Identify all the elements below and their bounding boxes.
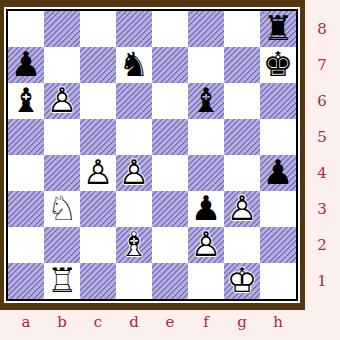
piece-outline-layer: ♙ <box>188 227 224 263</box>
board-frame: ♜♟♞♚♝♟♙♝♟♙♟♙♟♞♘♟♟♙♝♗♟♙♜♖♚♔ <box>0 0 305 310</box>
square-g1[interactable]: ♚♔ <box>224 263 260 299</box>
rank-label-1: 1 <box>311 263 333 299</box>
piece-outline-layer: ♗ <box>116 227 152 263</box>
square-a3[interactable] <box>8 191 44 227</box>
square-b6[interactable]: ♟♙ <box>44 83 80 119</box>
piece-glyph: ♚ <box>260 47 296 83</box>
square-f6[interactable]: ♝ <box>188 83 224 119</box>
piece-black-pawn: ♟ <box>260 155 296 191</box>
rank-label-8: 8 <box>311 11 333 47</box>
chess-board: ♜♟♞♚♝♟♙♝♟♙♟♙♟♞♘♟♟♙♝♗♟♙♜♖♚♔ <box>8 11 296 299</box>
square-c8[interactable] <box>80 11 116 47</box>
file-label-h: h <box>260 313 296 331</box>
piece-black-bishop: ♝ <box>188 83 224 119</box>
square-d7[interactable]: ♞ <box>116 47 152 83</box>
rank-label-6: 6 <box>311 83 333 119</box>
square-c2[interactable] <box>80 227 116 263</box>
square-d1[interactable] <box>116 263 152 299</box>
square-h8[interactable]: ♜ <box>260 11 296 47</box>
rank-label-4: 4 <box>311 155 333 191</box>
square-f3[interactable]: ♟ <box>188 191 224 227</box>
piece-white-bishop: ♝♗ <box>116 227 152 263</box>
square-d3[interactable] <box>116 191 152 227</box>
rank-label-3: 3 <box>311 191 333 227</box>
square-e3[interactable] <box>152 191 188 227</box>
square-c5[interactable] <box>80 119 116 155</box>
file-label-g: g <box>224 313 260 331</box>
rank-labels: 87654321 <box>311 11 333 299</box>
square-h1[interactable] <box>260 263 296 299</box>
square-a8[interactable] <box>8 11 44 47</box>
piece-glyph: ♟ <box>188 191 224 227</box>
piece-outline-layer: ♙ <box>116 155 152 191</box>
square-f2[interactable]: ♟♙ <box>188 227 224 263</box>
piece-black-pawn: ♟ <box>8 47 44 83</box>
square-d5[interactable] <box>116 119 152 155</box>
square-b5[interactable] <box>44 119 80 155</box>
piece-white-knight: ♞♘ <box>44 191 80 227</box>
file-label-a: a <box>8 313 44 331</box>
square-d2[interactable]: ♝♗ <box>116 227 152 263</box>
square-c7[interactable] <box>80 47 116 83</box>
square-f1[interactable] <box>188 263 224 299</box>
file-label-e: e <box>152 313 188 331</box>
square-a1[interactable] <box>8 263 44 299</box>
square-e2[interactable] <box>152 227 188 263</box>
piece-black-bishop: ♝ <box>8 83 44 119</box>
piece-outline-layer: ♘ <box>44 191 80 227</box>
square-c6[interactable] <box>80 83 116 119</box>
square-g4[interactable] <box>224 155 260 191</box>
square-h6[interactable] <box>260 83 296 119</box>
piece-white-pawn: ♟♙ <box>44 83 80 119</box>
square-a4[interactable] <box>8 155 44 191</box>
piece-white-king: ♚♔ <box>224 263 260 299</box>
piece-white-pawn: ♟♙ <box>224 191 260 227</box>
square-d6[interactable] <box>116 83 152 119</box>
frame-inner-white-line: ♜♟♞♚♝♟♙♝♟♙♟♙♟♞♘♟♟♙♝♗♟♙♜♖♚♔ <box>4 7 300 303</box>
square-g7[interactable] <box>224 47 260 83</box>
square-d4[interactable]: ♟♙ <box>116 155 152 191</box>
square-b2[interactable] <box>44 227 80 263</box>
rank-label-2: 2 <box>311 227 333 263</box>
piece-black-pawn: ♟ <box>188 191 224 227</box>
piece-glyph: ♝ <box>188 83 224 119</box>
file-label-d: d <box>116 313 152 331</box>
square-h2[interactable] <box>260 227 296 263</box>
piece-outline-layer: ♔ <box>224 263 260 299</box>
square-h4[interactable]: ♟ <box>260 155 296 191</box>
square-b4[interactable] <box>44 155 80 191</box>
square-e6[interactable] <box>152 83 188 119</box>
square-a7[interactable]: ♟ <box>8 47 44 83</box>
piece-black-king: ♚ <box>260 47 296 83</box>
square-e8[interactable] <box>152 11 188 47</box>
square-f8[interactable] <box>188 11 224 47</box>
square-b7[interactable] <box>44 47 80 83</box>
square-a6[interactable]: ♝ <box>8 83 44 119</box>
square-a2[interactable] <box>8 227 44 263</box>
piece-black-knight: ♞ <box>116 47 152 83</box>
piece-outline-layer: ♖ <box>44 263 80 299</box>
square-g6[interactable] <box>224 83 260 119</box>
square-g8[interactable] <box>224 11 260 47</box>
square-g2[interactable] <box>224 227 260 263</box>
piece-glyph: ♟ <box>8 47 44 83</box>
square-c3[interactable] <box>80 191 116 227</box>
piece-outline-layer: ♙ <box>80 155 116 191</box>
piece-outline-layer: ♙ <box>44 83 80 119</box>
square-b1[interactable]: ♜♖ <box>44 263 80 299</box>
file-labels: abcdefgh <box>8 313 296 331</box>
square-e1[interactable] <box>152 263 188 299</box>
square-f4[interactable] <box>188 155 224 191</box>
square-f5[interactable] <box>188 119 224 155</box>
piece-outline-layer: ♙ <box>224 191 260 227</box>
rank-label-5: 5 <box>311 119 333 155</box>
piece-white-pawn: ♟♙ <box>188 227 224 263</box>
piece-black-rook: ♜ <box>260 11 296 47</box>
square-h5[interactable] <box>260 119 296 155</box>
piece-glyph: ♜ <box>260 11 296 47</box>
square-h3[interactable] <box>260 191 296 227</box>
piece-glyph: ♞ <box>116 47 152 83</box>
square-h7[interactable]: ♚ <box>260 47 296 83</box>
piece-glyph: ♟ <box>260 155 296 191</box>
file-label-c: c <box>80 313 116 331</box>
square-a5[interactable] <box>8 119 44 155</box>
square-b3[interactable]: ♞♘ <box>44 191 80 227</box>
piece-white-pawn: ♟♙ <box>116 155 152 191</box>
square-g3[interactable]: ♟♙ <box>224 191 260 227</box>
square-g5[interactable] <box>224 119 260 155</box>
frame-inner-black-line: ♜♟♞♚♝♟♙♝♟♙♟♙♟♞♘♟♟♙♝♗♟♙♜♖♚♔ <box>6 9 298 301</box>
square-e5[interactable] <box>152 119 188 155</box>
file-label-f: f <box>188 313 224 331</box>
square-c4[interactable]: ♟♙ <box>80 155 116 191</box>
file-label-b: b <box>44 313 80 331</box>
square-d8[interactable] <box>116 11 152 47</box>
square-e4[interactable] <box>152 155 188 191</box>
piece-white-rook: ♜♖ <box>44 263 80 299</box>
square-c1[interactable] <box>80 263 116 299</box>
piece-white-pawn: ♟♙ <box>80 155 116 191</box>
square-f7[interactable] <box>188 47 224 83</box>
square-e7[interactable] <box>152 47 188 83</box>
square-b8[interactable] <box>44 11 80 47</box>
rank-label-7: 7 <box>311 47 333 83</box>
piece-glyph: ♝ <box>8 83 44 119</box>
